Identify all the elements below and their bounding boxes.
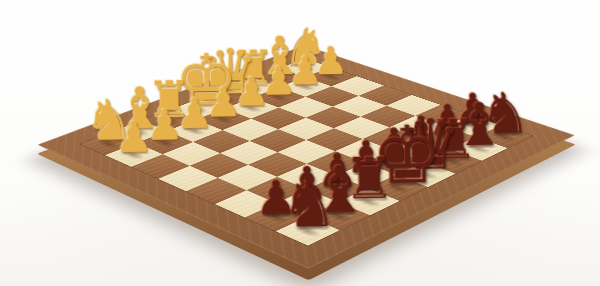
white-pawn[interactable]: ♟: [105, 143, 162, 167]
piece-glyph: ♞: [279, 173, 339, 237]
piece-glyph: ♟: [107, 116, 161, 160]
board-frame: ♞♝♟♜♟♛♟♚♟♜♟♝♟♟♞♟♟♞♟♟♝♟♜♟♛♟♚♟♜♟♝♞: [38, 45, 575, 269]
board-tilt-wrapper: ♞♝♟♜♟♛♟♚♟♜♟♝♟♟♞♟♟♞♟♟♝♟♜♟♛♟♚♟♜♟♝♞: [0, 0, 600, 286]
photo-stage: ♞♝♟♜♟♛♟♚♟♜♟♝♟♟♞♟♟♞♟♟♝♟♜♟♛♟♚♟♜♟♝♞: [0, 0, 600, 286]
chess-board: ♞♝♟♜♟♛♟♚♟♜♟♝♟♟♞♟♟♞♟♟♝♟♜♟♛♟♚♟♜♟♝♞: [38, 45, 575, 269]
black-knight[interactable]: ♞: [276, 216, 340, 245]
